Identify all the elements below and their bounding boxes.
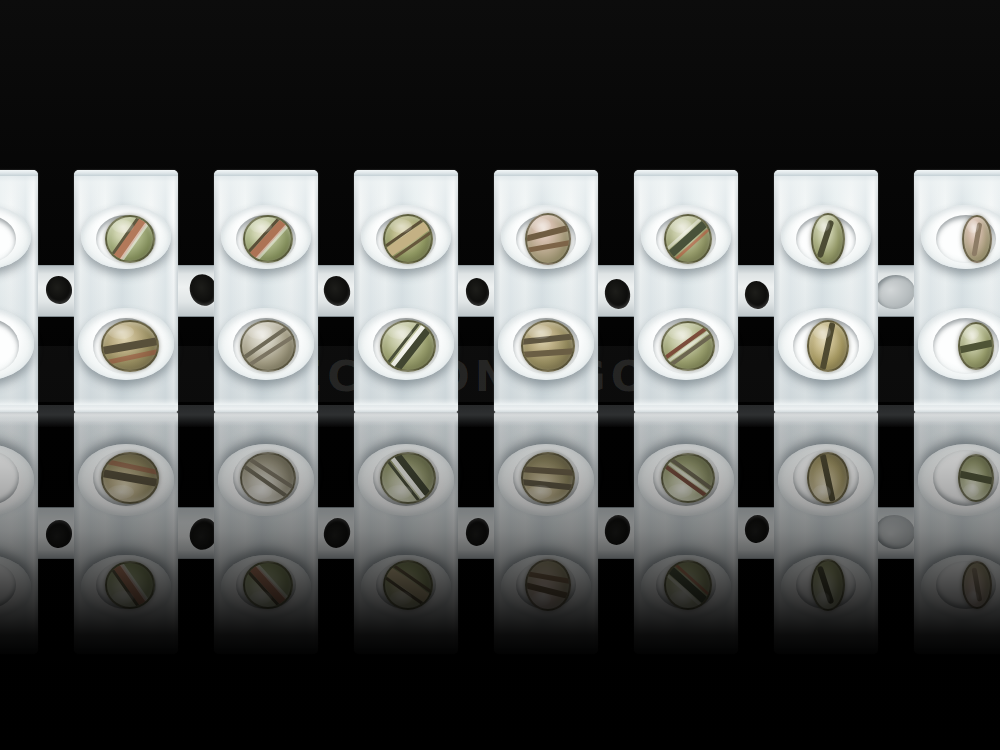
strip-reflection <box>0 412 1000 660</box>
terminal-block <box>634 170 738 412</box>
screw-recess <box>0 318 19 374</box>
terminal-block <box>494 170 598 412</box>
screw-boss <box>0 205 31 269</box>
mirror-plane-highlight <box>0 405 1000 427</box>
terminal-screw <box>101 320 159 372</box>
screw-slot <box>525 239 571 253</box>
screw-slot <box>245 215 292 263</box>
terminal-screw <box>811 213 845 265</box>
terminal-screw <box>664 214 712 264</box>
terminal-block <box>914 170 1000 412</box>
screw-boss <box>0 308 34 380</box>
terminal-block <box>74 170 178 412</box>
terminal-screw <box>807 320 849 372</box>
terminal-screw <box>958 322 994 370</box>
terminal-block <box>214 170 318 412</box>
screw-slot <box>525 223 571 242</box>
screw-slot <box>521 333 575 346</box>
screw-recess <box>0 215 16 263</box>
screw-slot <box>661 326 715 367</box>
screw-slot <box>958 338 994 353</box>
terminal-screw <box>240 320 296 372</box>
terminal-screw <box>661 321 715 371</box>
screw-slot <box>664 217 712 261</box>
screw-slot <box>383 218 433 260</box>
screw-slot <box>521 348 575 359</box>
terminal-screw <box>521 320 575 372</box>
terminal-block <box>0 170 38 412</box>
screw-slot <box>820 321 836 371</box>
terminal-screw <box>383 214 433 264</box>
screw-slot <box>972 222 983 256</box>
terminal-screw <box>243 215 293 263</box>
terminal-screw <box>525 213 571 265</box>
reflection-fade-shade <box>0 412 1000 660</box>
terminal-block <box>354 170 458 412</box>
terminal-screw <box>962 215 992 263</box>
screw-slot <box>816 220 834 259</box>
terminal-strip <box>0 170 1000 412</box>
terminal-screw <box>380 320 436 372</box>
terminal-screw <box>105 215 155 263</box>
terminal-block <box>774 170 878 412</box>
product-photo-scene: ELECTRONICGOLD <box>0 0 1000 750</box>
